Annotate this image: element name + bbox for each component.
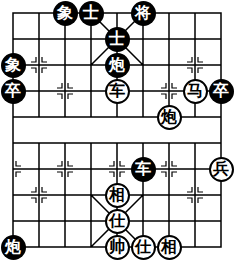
piece-white-general[interactable]: 帅 — [105, 235, 130, 260]
intersection-5-2[interactable] — [130, 52, 156, 78]
intersection-0-2[interactable]: 象 — [0, 52, 26, 78]
intersection-7-8[interactable] — [182, 208, 208, 234]
intersection-0-5[interactable] — [0, 130, 26, 156]
intersection-0-9[interactable]: 炮 — [0, 234, 26, 260]
intersection-2-8[interactable] — [52, 208, 78, 234]
intersection-3-1[interactable] — [78, 26, 104, 52]
intersection-5-4[interactable] — [130, 104, 156, 130]
intersection-8-6[interactable]: 兵 — [208, 156, 234, 182]
intersection-6-0[interactable] — [156, 0, 182, 26]
intersection-4-6[interactable] — [104, 156, 130, 182]
intersection-2-7[interactable] — [52, 182, 78, 208]
piece-black-elephant[interactable]: 象 — [53, 1, 78, 26]
intersection-7-6[interactable] — [182, 156, 208, 182]
piece-black-elephant[interactable]: 象 — [1, 53, 26, 78]
intersection-4-7[interactable]: 相 — [104, 182, 130, 208]
intersection-5-7[interactable] — [130, 182, 156, 208]
intersection-2-2[interactable] — [52, 52, 78, 78]
intersection-3-8[interactable] — [78, 208, 104, 234]
intersection-2-0[interactable]: 象 — [52, 0, 78, 26]
intersection-6-4[interactable]: 炮 — [156, 104, 182, 130]
piece-black-general[interactable]: 将 — [131, 1, 156, 26]
intersection-8-8[interactable] — [208, 208, 234, 234]
intersection-8-1[interactable] — [208, 26, 234, 52]
intersection-7-2[interactable] — [182, 52, 208, 78]
piece-black-soldier[interactable]: 卒 — [1, 79, 26, 104]
piece-white-soldier[interactable]: 兵 — [209, 157, 234, 182]
intersection-8-7[interactable] — [208, 182, 234, 208]
intersection-4-2[interactable]: 炮 — [104, 52, 130, 78]
intersection-6-9[interactable]: 相 — [156, 234, 182, 260]
piece-white-elephant[interactable]: 相 — [105, 183, 130, 208]
intersection-2-1[interactable] — [52, 26, 78, 52]
intersection-5-1[interactable] — [130, 26, 156, 52]
intersection-5-5[interactable] — [130, 130, 156, 156]
intersection-2-3[interactable] — [52, 78, 78, 104]
intersection-7-1[interactable] — [182, 26, 208, 52]
intersection-5-6[interactable]: 车 — [130, 156, 156, 182]
intersection-8-9[interactable] — [208, 234, 234, 260]
intersection-3-6[interactable] — [78, 156, 104, 182]
intersection-0-0[interactable] — [0, 0, 26, 26]
piece-white-cannon[interactable]: 炮 — [157, 105, 182, 130]
intersection-2-5[interactable] — [52, 130, 78, 156]
intersection-2-4[interactable] — [52, 104, 78, 130]
intersection-3-2[interactable] — [78, 52, 104, 78]
intersection-7-0[interactable] — [182, 0, 208, 26]
intersection-6-6[interactable] — [156, 156, 182, 182]
intersection-grid[interactable]: 象士将士象炮卒车马卒炮车兵相仕炮帅仕相 — [0, 0, 234, 260]
piece-white-horse[interactable]: 马 — [183, 79, 208, 104]
intersection-7-3[interactable]: 马 — [182, 78, 208, 104]
xiangqi-board: 象士将士象炮卒车马卒炮车兵相仕炮帅仕相 — [0, 0, 234, 260]
intersection-1-8[interactable] — [26, 208, 52, 234]
intersection-0-6[interactable] — [0, 156, 26, 182]
piece-black-cannon[interactable]: 炮 — [105, 53, 130, 78]
piece-white-elephant[interactable]: 相 — [157, 235, 182, 260]
piece-white-advisor[interactable]: 仕 — [105, 209, 130, 234]
intersection-1-9[interactable] — [26, 234, 52, 260]
intersection-2-9[interactable] — [52, 234, 78, 260]
intersection-3-7[interactable] — [78, 182, 104, 208]
piece-black-advisor[interactable]: 士 — [79, 1, 104, 26]
intersection-6-5[interactable] — [156, 130, 182, 156]
intersection-0-4[interactable] — [0, 104, 26, 130]
piece-white-advisor[interactable]: 仕 — [131, 235, 156, 260]
intersection-6-8[interactable] — [156, 208, 182, 234]
intersection-5-3[interactable] — [130, 78, 156, 104]
intersection-4-5[interactable] — [104, 130, 130, 156]
intersection-6-2[interactable] — [156, 52, 182, 78]
piece-black-advisor[interactable]: 士 — [105, 27, 130, 52]
intersection-1-1[interactable] — [26, 26, 52, 52]
piece-black-chariot[interactable]: 车 — [131, 157, 156, 182]
intersection-5-9[interactable]: 仕 — [130, 234, 156, 260]
intersection-8-4[interactable] — [208, 104, 234, 130]
intersection-3-3[interactable] — [78, 78, 104, 104]
intersection-0-7[interactable] — [0, 182, 26, 208]
intersection-0-8[interactable] — [0, 208, 26, 234]
intersection-4-8[interactable]: 仕 — [104, 208, 130, 234]
intersection-7-5[interactable] — [182, 130, 208, 156]
intersection-6-3[interactable] — [156, 78, 182, 104]
intersection-7-9[interactable] — [182, 234, 208, 260]
intersection-7-7[interactable] — [182, 182, 208, 208]
intersection-5-8[interactable] — [130, 208, 156, 234]
intersection-4-9[interactable]: 帅 — [104, 234, 130, 260]
intersection-4-1[interactable]: 士 — [104, 26, 130, 52]
intersection-1-3[interactable] — [26, 78, 52, 104]
intersection-1-0[interactable] — [26, 0, 52, 26]
piece-black-soldier[interactable]: 卒 — [209, 79, 234, 104]
intersection-4-0[interactable] — [104, 0, 130, 26]
intersection-5-0[interactable]: 将 — [130, 0, 156, 26]
intersection-8-0[interactable] — [208, 0, 234, 26]
intersection-4-4[interactable] — [104, 104, 130, 130]
intersection-7-4[interactable] — [182, 104, 208, 130]
intersection-3-9[interactable] — [78, 234, 104, 260]
intersection-1-2[interactable] — [26, 52, 52, 78]
intersection-3-0[interactable]: 士 — [78, 0, 104, 26]
intersection-1-6[interactable] — [26, 156, 52, 182]
intersection-8-3[interactable]: 卒 — [208, 78, 234, 104]
intersection-3-4[interactable] — [78, 104, 104, 130]
intersection-1-5[interactable] — [26, 130, 52, 156]
intersection-0-1[interactable] — [0, 26, 26, 52]
piece-white-chariot[interactable]: 车 — [105, 79, 130, 104]
intersection-3-5[interactable] — [78, 130, 104, 156]
intersection-0-3[interactable]: 卒 — [0, 78, 26, 104]
intersection-8-2[interactable] — [208, 52, 234, 78]
intersection-1-4[interactable] — [26, 104, 52, 130]
intersection-6-7[interactable] — [156, 182, 182, 208]
piece-black-cannon[interactable]: 炮 — [1, 235, 26, 260]
intersection-8-5[interactable] — [208, 130, 234, 156]
intersection-2-6[interactable] — [52, 156, 78, 182]
intersection-6-1[interactable] — [156, 26, 182, 52]
intersection-4-3[interactable]: 车 — [104, 78, 130, 104]
intersection-1-7[interactable] — [26, 182, 52, 208]
